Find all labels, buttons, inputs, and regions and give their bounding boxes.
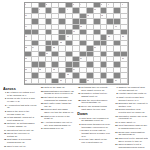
clue-text: Offer to pull out (6) bbox=[7, 145, 37, 148]
clue-column: Across1Be retained for plating a pot in … bbox=[3, 86, 37, 150]
clue-item: 23Disadvantaged profitability as though … bbox=[40, 90, 74, 96]
clue-text: Obscure the simplest work out and amount… bbox=[118, 86, 148, 92]
clue-text: For any take about on the end of Septemb… bbox=[81, 138, 111, 144]
grid-cell[interactable] bbox=[101, 79, 108, 84]
clue-item: 15Check the envelope of sorting (5) bbox=[3, 132, 37, 138]
clue-item: 10Endorsed that my ends cut to another (… bbox=[114, 102, 148, 108]
clue-text: Sound indication: new report's quiet for… bbox=[118, 108, 148, 114]
clue-item: 1With them I get confused in an awkward … bbox=[77, 117, 111, 123]
clue-number: 11 bbox=[3, 116, 6, 122]
across-header: Across bbox=[3, 86, 37, 90]
clue-item: 8Hesitate about bad joints (7) bbox=[114, 92, 148, 95]
clue-column: 7Obscure the simplest work out and amoun… bbox=[114, 86, 148, 150]
cell-number: 18 bbox=[25, 35, 27, 37]
clue-number: 19 bbox=[3, 145, 6, 148]
cell-number: 21 bbox=[122, 35, 124, 37]
clue-number: 31 bbox=[40, 121, 43, 127]
grid-cell[interactable] bbox=[32, 79, 39, 84]
clue-item: 3A connection that gets you up (5) bbox=[3, 104, 37, 110]
cell-number: 11 bbox=[25, 14, 27, 16]
clue-item: 14Operatives turn on duty (5) bbox=[3, 129, 37, 132]
clue-text: Outdone, so getting passed to make chang… bbox=[7, 122, 37, 128]
cell-number: 31 bbox=[25, 68, 27, 70]
clue-item: 20Cuts for the chap (8) bbox=[40, 86, 74, 89]
clue-text: Be retained for plating a pot in the mor… bbox=[7, 91, 37, 97]
clue-item: 21Dress once compensation, as emptiness … bbox=[114, 131, 148, 137]
clue-number: 36 bbox=[77, 86, 80, 92]
cell-number: 6 bbox=[108, 3, 109, 5]
clue-item: 9What you styled and then ground it here… bbox=[114, 96, 148, 102]
clue-item: 28Modern spirit and wash, when you turn … bbox=[40, 108, 74, 114]
clue-item: 5Card in the hold of the French vessel (… bbox=[3, 110, 37, 116]
clue-number: 20 bbox=[40, 86, 43, 89]
clue-number: 7 bbox=[114, 86, 117, 92]
cell-number: 2 bbox=[46, 3, 47, 5]
cell-number: 39 bbox=[115, 79, 117, 81]
clue-item: 31A certain blessed one out of rate from… bbox=[40, 121, 74, 127]
clue-text: With them I get confused in an awkward r… bbox=[81, 117, 111, 123]
cell-number: 12 bbox=[87, 14, 89, 16]
clue-item: 20Went this scruffy sign on guy in unusu… bbox=[114, 124, 148, 130]
clue-item: 13Sound indication: new report's quiet f… bbox=[114, 108, 148, 114]
cell-number: 25 bbox=[53, 46, 55, 48]
clue-number: 39 bbox=[77, 105, 80, 111]
clue-number: 22 bbox=[114, 137, 117, 143]
clue-item: 22This client a little amount with sheer… bbox=[114, 137, 148, 143]
cell-number: 26 bbox=[94, 46, 96, 48]
clue-number: 25 bbox=[40, 96, 43, 102]
cell-number: 29 bbox=[80, 57, 82, 59]
cell-number: 37 bbox=[60, 79, 62, 81]
cell-number: 8 bbox=[39, 8, 40, 10]
clue-number: 16 bbox=[114, 115, 117, 121]
clue-number: 27 bbox=[114, 143, 117, 150]
cell-number: 28 bbox=[25, 57, 27, 59]
clue-text: Went this scruffy sign on guy in unusual… bbox=[118, 124, 148, 130]
clue-item: 7Obscure the simplest work out and amoun… bbox=[114, 86, 148, 92]
clue-text: This client a little amount with sheer d… bbox=[118, 137, 148, 143]
clue-text: A connection that gets you up (5) bbox=[7, 104, 37, 110]
clue-number: 23 bbox=[40, 90, 43, 96]
cell-number: 3 bbox=[73, 3, 74, 5]
cell-number: 14 bbox=[25, 25, 27, 27]
clue-column: 36Returning time on request: more charit… bbox=[77, 86, 111, 150]
clue-number: 12 bbox=[3, 122, 6, 128]
clue-text: Disadvantaged profitability as though he… bbox=[44, 90, 74, 96]
cell-number: 27 bbox=[46, 52, 48, 54]
cell-number: 33 bbox=[53, 68, 55, 70]
clue-text: In this warrant, prices get a point miss… bbox=[7, 116, 37, 122]
clue-number: 37 bbox=[77, 92, 80, 98]
clue-number: 9 bbox=[114, 96, 117, 102]
clue-text: Cuts for the chap (8) bbox=[44, 86, 74, 89]
clue-text: Duty battle rows, timing the day (5) bbox=[44, 102, 74, 108]
clue-text: Going off late to seek a kind of ease (4… bbox=[7, 97, 37, 103]
clue-item: 1Be retained for plating a pot in the mo… bbox=[3, 91, 37, 97]
clue-item: 4Roused a fellow east on, thought therei… bbox=[77, 129, 111, 137]
clue-number: 28 bbox=[40, 108, 43, 114]
clue-text: Every day healing touring flight when it… bbox=[81, 105, 111, 111]
clue-number: 18 bbox=[3, 138, 6, 144]
clue-text: There's harder to cut a craving when wor… bbox=[118, 143, 148, 150]
clue-item: 27There's harder to cut a craving when w… bbox=[114, 143, 148, 150]
clue-item: 36Returning time on request: more charit… bbox=[77, 86, 111, 92]
cell-number: 20 bbox=[108, 35, 110, 37]
clue-text: Ring round themselves or so thoroughly e… bbox=[81, 123, 111, 129]
clue-item: 29Started like a friend of the beast (7) bbox=[40, 115, 74, 121]
down-header: Down bbox=[77, 112, 111, 116]
clue-item: 25Not about an hour came forwarding the … bbox=[40, 96, 74, 102]
cell-number: 9 bbox=[67, 8, 68, 10]
clue-item: 17In mine about (4) bbox=[114, 121, 148, 124]
grid-cell[interactable]: 36 bbox=[25, 79, 32, 84]
clue-text: Separately noting territory against cour… bbox=[81, 92, 111, 98]
clue-text: Hesitate about bad joints (7) bbox=[118, 92, 148, 95]
grid-cell[interactable]: 38 bbox=[87, 79, 94, 84]
clue-text: In mine about (4) bbox=[118, 121, 148, 124]
clue-text: Endorsed that my ends cut to another (6,… bbox=[118, 102, 148, 108]
clue-text: Returning time on request: more charity … bbox=[81, 86, 111, 92]
clue-text: Modern spirit and wash, when you turn th… bbox=[44, 108, 74, 114]
clue-text: Mark the proof stop where there's shorta… bbox=[81, 99, 111, 105]
cell-number: 23 bbox=[25, 46, 27, 48]
clue-number: 8 bbox=[114, 92, 117, 95]
cell-number: 13 bbox=[101, 14, 103, 16]
grid-cell[interactable] bbox=[121, 79, 128, 84]
grid-cell[interactable] bbox=[39, 79, 46, 84]
clue-text: Started like a friend of the beast (7) bbox=[44, 115, 74, 121]
clue-number: 6 bbox=[77, 138, 80, 144]
grid-cell[interactable]: 37 bbox=[59, 79, 66, 84]
clue-text: What you styled and then ground it here?… bbox=[118, 96, 148, 102]
clue-text: Dress once compensation, as emptiness (9… bbox=[118, 131, 148, 137]
clue-text: Not about an hour came forwarding the sc… bbox=[44, 96, 74, 102]
clue-number: 38 bbox=[77, 99, 80, 105]
clue-item: 6For any take about on the end of Septem… bbox=[77, 138, 111, 144]
clue-text: Check the envelope of sorting (5) bbox=[7, 132, 37, 138]
clue-number: 4 bbox=[77, 129, 80, 137]
block-cell bbox=[80, 79, 87, 84]
cell-number: 17 bbox=[73, 30, 75, 32]
clue-number: 21 bbox=[114, 131, 117, 137]
clue-number: 26 bbox=[40, 102, 43, 108]
cell-number: 22 bbox=[60, 41, 62, 43]
clue-text: A certain blessed one out of rate from p… bbox=[44, 121, 74, 127]
cell-number: 10 bbox=[94, 8, 96, 10]
cell-number: 36 bbox=[25, 79, 27, 81]
clue-number: 1 bbox=[3, 91, 6, 97]
puzzle-page: 1234567891011121314151617181920212223242… bbox=[0, 0, 150, 150]
clue-text: Wild water, maybe call on an economist (… bbox=[118, 115, 148, 121]
grid-cell[interactable] bbox=[66, 79, 73, 84]
clue-number: 29 bbox=[40, 115, 43, 121]
clue-item: 19Offer to pull out (6) bbox=[3, 145, 37, 148]
cell-number: 7 bbox=[122, 3, 123, 5]
clue-item: 2Ring round themselves or so thoroughly … bbox=[77, 123, 111, 129]
clue-item: 37Separately noting territory against co… bbox=[77, 92, 111, 98]
cell-number: 15 bbox=[80, 25, 82, 27]
cell-number: 5 bbox=[101, 3, 102, 5]
cell-number: 35 bbox=[67, 73, 69, 75]
clue-columns: Across1Be retained for plating a pot in … bbox=[3, 86, 148, 150]
clue-number: 34 bbox=[40, 127, 43, 130]
clue-number: 3 bbox=[3, 104, 6, 110]
clue-item: 18That game is in peculiar posing around… bbox=[3, 138, 37, 144]
grid-cell[interactable] bbox=[94, 79, 101, 84]
clue-number: 13 bbox=[114, 108, 117, 114]
cell-number: 4 bbox=[80, 3, 81, 5]
clue-number: 2 bbox=[3, 97, 6, 103]
cell-number: 19 bbox=[67, 35, 69, 37]
cell-number: 38 bbox=[87, 79, 89, 81]
clue-column: 20Cuts for the chap (8)23Disadvantaged p… bbox=[40, 86, 74, 150]
clue-number: 5 bbox=[3, 110, 6, 116]
block-cell bbox=[52, 79, 59, 84]
cell-number: 1 bbox=[25, 3, 26, 5]
clue-text: Roused a fellow east on, thought therein… bbox=[81, 129, 111, 137]
cell-number: 30 bbox=[122, 57, 124, 59]
clue-number: 17 bbox=[114, 121, 117, 124]
clue-number: 2 bbox=[77, 123, 80, 129]
cell-number: 34 bbox=[73, 68, 75, 70]
cell-number: 32 bbox=[39, 68, 41, 70]
clue-number: 20 bbox=[114, 124, 117, 130]
clue-text: Card in the hold of the French vessel (5… bbox=[7, 110, 37, 116]
clue-text: That game is in peculiar posing around (… bbox=[7, 138, 37, 144]
clue-item: 26Duty battle rows, timing the day (5) bbox=[40, 102, 74, 108]
clue-number: 1 bbox=[77, 117, 80, 123]
clues-section: Across1Be retained for plating a pot in … bbox=[3, 86, 148, 150]
clue-text: Operatives turn on duty (5) bbox=[7, 129, 37, 132]
clue-item: 12Outdone, so getting passed to make cha… bbox=[3, 122, 37, 128]
clue-text: Expressing a fix (5) bbox=[44, 127, 74, 130]
block-cell bbox=[107, 79, 114, 84]
grid-cell[interactable] bbox=[73, 79, 80, 84]
clue-item: 2Going off late to seek a kind of ease (… bbox=[3, 97, 37, 103]
clue-number: 15 bbox=[3, 132, 6, 138]
clue-item: 11In this warrant, prices get a point mi… bbox=[3, 116, 37, 122]
cell-number: 24 bbox=[32, 46, 34, 48]
clue-number: 10 bbox=[114, 102, 117, 108]
cell-number: 16 bbox=[115, 25, 117, 27]
grid-cell[interactable]: 39 bbox=[114, 79, 121, 84]
clue-item: 16Wild water, maybe call on an economist… bbox=[114, 115, 148, 121]
clue-item: 38Mark the proof stop where there's shor… bbox=[77, 99, 111, 105]
clue-item: 34Expressing a fix (5) bbox=[40, 127, 74, 130]
clue-item: 39Every day healing touring flight when … bbox=[77, 105, 111, 111]
crossword-grid: 1234567891011121314151617181920212223242… bbox=[24, 2, 129, 85]
clue-number: 14 bbox=[3, 129, 6, 132]
grid-cell[interactable] bbox=[46, 79, 53, 84]
